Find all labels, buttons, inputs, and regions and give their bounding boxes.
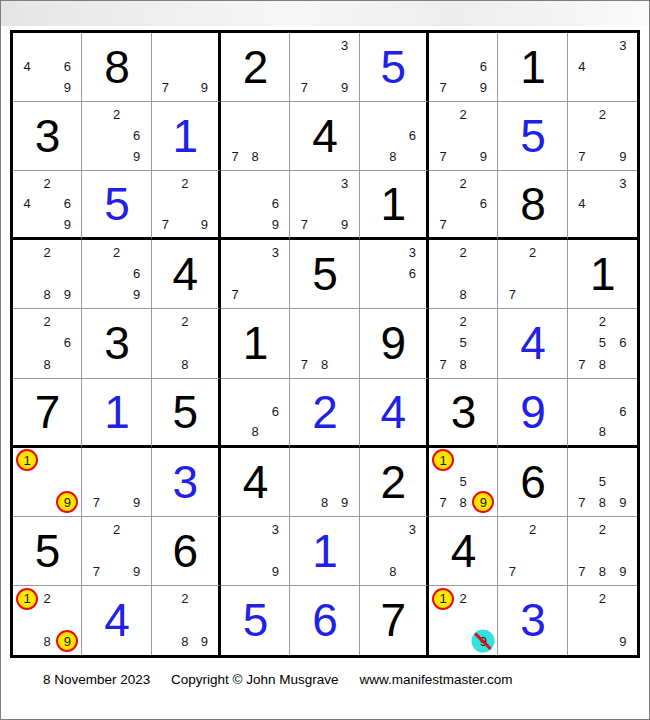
candidate-8[interactable]: 8 (37, 354, 57, 375)
candidates: 19 (13, 448, 81, 516)
candidate-2[interactable]: 2 (453, 588, 473, 609)
empty-slot (86, 242, 106, 263)
empty-slot (453, 194, 473, 214)
cell-r6c9[interactable]: 68 (568, 379, 637, 448)
candidate-1-highlighted-yellow[interactable]: 1 (17, 450, 37, 471)
empty-slot (543, 284, 563, 305)
cell-r2c3[interactable]: 1 (152, 102, 221, 171)
given-digit: 2 (243, 44, 268, 90)
empty-slot (433, 284, 453, 305)
candidate-5[interactable]: 5 (592, 471, 612, 492)
candidate-2[interactable]: 2 (175, 173, 194, 193)
candidate-7[interactable]: 7 (502, 561, 522, 582)
empty-slot (175, 214, 194, 234)
candidate-9-highlighted-yellow[interactable]: 9 (473, 492, 493, 513)
empty-slot (127, 242, 147, 263)
cell-r9c9[interactable]: 29 (568, 586, 637, 655)
candidates: 279 (82, 517, 150, 585)
cell-r8c9[interactable]: 2789 (568, 517, 637, 586)
empty-slot (17, 311, 37, 332)
cell-r7c7[interactable]: 15789 (429, 448, 498, 517)
cell-r9c4[interactable]: 5 (221, 586, 290, 655)
candidate-3[interactable]: 3 (403, 519, 422, 540)
candidate-1-highlighted-yellow[interactable]: 1 (17, 588, 37, 609)
candidate-2[interactable]: 2 (453, 173, 473, 193)
cell-r8c6[interactable]: 38 (360, 517, 429, 586)
cell-r6c7[interactable]: 3 (429, 379, 498, 448)
empty-slot (592, 540, 612, 561)
candidates: 379 (290, 33, 358, 101)
cell-r8c7[interactable]: 4 (429, 517, 498, 586)
cell-r1c6[interactable]: 5 (360, 33, 429, 102)
candidate-9-highlighted-yellow[interactable]: 9 (57, 492, 77, 513)
empty-slot (106, 561, 126, 582)
empty-slot (613, 125, 633, 146)
candidate-4[interactable]: 4 (17, 56, 37, 77)
empty-slot (592, 631, 612, 652)
candidate-6[interactable]: 6 (57, 194, 77, 214)
cell-r3c4[interactable]: 69 (221, 171, 290, 240)
empty-slot (127, 519, 147, 540)
cell-r5c5[interactable]: 78 (290, 309, 359, 378)
candidate-6[interactable]: 6 (57, 56, 77, 77)
empty-slot (294, 35, 314, 56)
candidate-9[interactable]: 9 (613, 561, 633, 582)
cell-r6c4[interactable]: 68 (221, 379, 290, 448)
candidate-9[interactable]: 9 (57, 214, 77, 234)
candidate-8[interactable]: 8 (592, 421, 612, 441)
cell-r6c3[interactable]: 5 (152, 379, 221, 448)
empty-slot (314, 471, 334, 492)
cell-r7c9[interactable]: 5789 (568, 448, 637, 517)
given-digit: 5 (35, 528, 60, 574)
empty-slot (86, 146, 106, 167)
candidate-8[interactable]: 8 (245, 421, 265, 441)
candidate-8[interactable]: 8 (314, 492, 334, 513)
candidate-2[interactable]: 2 (106, 104, 126, 125)
empty-slot (473, 35, 493, 56)
solved-digit: 5 (520, 113, 545, 159)
cell-r5c8[interactable]: 4 (498, 309, 567, 378)
candidate-9[interactable]: 9 (195, 631, 214, 652)
empty-slot (245, 561, 265, 582)
empty-slot (127, 540, 147, 561)
cell-r8c8[interactable]: 27 (498, 517, 567, 586)
candidate-9[interactable]: 9 (265, 561, 285, 582)
cell-r6c2[interactable]: 1 (82, 379, 151, 448)
candidate-7[interactable]: 7 (572, 561, 592, 582)
candidate-7[interactable]: 7 (86, 492, 106, 513)
candidate-8[interactable]: 8 (453, 284, 473, 305)
empty-slot (175, 332, 194, 353)
candidates: 89 (290, 448, 358, 516)
candidates: 34 (568, 171, 637, 237)
cell-r2c8[interactable]: 5 (498, 102, 567, 171)
candidate-9[interactable]: 9 (335, 492, 355, 513)
candidate-9[interactable]: 9 (613, 146, 633, 167)
candidate-7[interactable]: 7 (86, 561, 106, 582)
candidates: 69 (221, 171, 289, 237)
candidate-8[interactable]: 8 (175, 354, 194, 375)
empty-slot (156, 631, 175, 652)
cell-r3c6[interactable]: 1 (360, 171, 429, 240)
cell-r4c5[interactable]: 5 (290, 240, 359, 309)
cell-r1c4[interactable]: 2 (221, 33, 290, 102)
empty-slot (37, 332, 57, 353)
candidate-7[interactable]: 7 (433, 146, 453, 167)
cell-r9c1[interactable]: 1289 (13, 586, 82, 655)
empty-slot (364, 104, 383, 125)
candidate-7[interactable]: 7 (433, 492, 453, 513)
candidate-7[interactable]: 7 (225, 146, 245, 167)
given-digit: 7 (381, 597, 406, 643)
candidate-6[interactable]: 6 (403, 263, 422, 284)
cell-r4c4[interactable]: 37 (221, 240, 290, 309)
cell-r2c5[interactable]: 4 (290, 102, 359, 171)
candidate-2[interactable]: 2 (592, 588, 612, 609)
candidate-8[interactable]: 8 (592, 561, 612, 582)
candidates: 129 (429, 586, 497, 655)
solved-digit: 3 (173, 459, 198, 505)
candidate-2[interactable]: 2 (453, 104, 473, 125)
cell-r9c6[interactable]: 7 (360, 586, 429, 655)
empty-slot (592, 125, 612, 146)
candidate-7[interactable]: 7 (294, 77, 314, 98)
cell-r2c2[interactable]: 269 (82, 102, 151, 171)
empty-slot (175, 35, 194, 56)
candidate-7[interactable]: 7 (156, 214, 175, 234)
solved-digit: 3 (520, 597, 545, 643)
candidate-9[interactable]: 9 (613, 492, 633, 513)
empty-slot (314, 194, 334, 214)
cell-r2c6[interactable]: 68 (360, 102, 429, 171)
candidate-6[interactable]: 6 (57, 332, 77, 353)
candidates: 289 (13, 240, 81, 308)
candidate-1-highlighted-yellow[interactable]: 1 (433, 450, 453, 471)
candidate-7[interactable]: 7 (572, 492, 592, 513)
empty-slot (473, 609, 493, 630)
cell-r2c9[interactable]: 279 (568, 102, 637, 171)
candidate-2[interactable]: 2 (522, 519, 542, 540)
cell-r3c1[interactable]: 2469 (13, 171, 82, 240)
empty-slot (106, 284, 126, 305)
cell-r3c5[interactable]: 379 (290, 171, 359, 240)
candidate-3[interactable]: 3 (613, 173, 633, 193)
cell-r8c5[interactable]: 1 (290, 517, 359, 586)
cell-r3c3[interactable]: 279 (152, 171, 221, 240)
given-digit: 6 (173, 528, 198, 574)
empty-slot (543, 519, 563, 540)
candidate-2[interactable]: 2 (522, 242, 542, 263)
cell-r5c7[interactable]: 2578 (429, 309, 498, 378)
candidate-3[interactable]: 3 (265, 519, 285, 540)
empty-slot (225, 194, 245, 214)
cell-r8c2[interactable]: 279 (82, 517, 151, 586)
given-digit: 3 (451, 389, 476, 435)
candidate-8[interactable]: 8 (383, 561, 402, 582)
cell-r4c6[interactable]: 36 (360, 240, 429, 309)
candidate-7[interactable]: 7 (572, 354, 592, 375)
candidate-8[interactable]: 8 (453, 492, 473, 513)
cell-r1c5[interactable]: 379 (290, 33, 359, 102)
empty-slot (225, 125, 245, 146)
cell-r2c1[interactable]: 3 (13, 102, 82, 171)
empty-slot (403, 540, 422, 561)
candidate-7[interactable]: 7 (156, 77, 175, 98)
candidate-5[interactable]: 5 (592, 332, 612, 353)
empty-slot (106, 146, 126, 167)
candidate-8[interactable]: 8 (592, 492, 612, 513)
candidate-9-highlighted-cyan[interactable]: 9 (473, 631, 493, 652)
candidate-9[interactable]: 9 (335, 77, 355, 98)
cell-r3c8[interactable]: 8 (498, 171, 567, 240)
empty-slot (383, 263, 402, 284)
candidate-9[interactable]: 9 (57, 284, 77, 305)
empty-slot (245, 540, 265, 561)
candidate-9[interactable]: 9 (127, 146, 147, 167)
empty-slot (17, 242, 37, 263)
cell-r2c4[interactable]: 78 (221, 102, 290, 171)
cell-r4c1[interactable]: 289 (13, 240, 82, 309)
candidates: 1289 (13, 586, 81, 655)
candidate-9[interactable]: 9 (127, 284, 147, 305)
candidate-6[interactable]: 6 (403, 125, 422, 146)
empty-slot (225, 381, 245, 401)
empty-slot (106, 540, 126, 561)
cell-r1c2[interactable]: 8 (82, 33, 151, 102)
empty-slot (473, 125, 493, 146)
empty-slot (473, 588, 493, 609)
candidate-1-highlighted-yellow[interactable]: 1 (433, 588, 453, 609)
candidate-7[interactable]: 7 (433, 214, 453, 234)
candidate-9[interactable]: 9 (195, 214, 214, 234)
candidate-2[interactable]: 2 (175, 588, 194, 609)
cell-r8c3[interactable]: 6 (152, 517, 221, 586)
empty-slot (543, 263, 563, 284)
candidate-2[interactable]: 2 (106, 519, 126, 540)
candidate-3[interactable]: 3 (335, 173, 355, 193)
candidate-2[interactable]: 2 (106, 242, 126, 263)
candidate-8[interactable]: 8 (453, 354, 473, 375)
candidates: 2469 (13, 171, 81, 237)
empty-slot (453, 631, 473, 652)
empty-slot (453, 35, 473, 56)
empty-slot (17, 173, 37, 193)
cell-r4c7[interactable]: 28 (429, 240, 498, 309)
cell-r8c1[interactable]: 5 (13, 517, 82, 586)
empty-slot (37, 263, 57, 284)
empty-slot (364, 146, 383, 167)
empty-slot (294, 471, 314, 492)
cell-r5c6[interactable]: 9 (360, 309, 429, 378)
cell-r4c8[interactable]: 27 (498, 240, 567, 309)
candidate-9[interactable]: 9 (473, 77, 493, 98)
empty-slot (225, 173, 245, 193)
cell-r4c2[interactable]: 269 (82, 240, 151, 309)
candidate-7[interactable]: 7 (294, 354, 314, 375)
empty-slot (245, 104, 265, 125)
candidate-3[interactable]: 3 (613, 35, 633, 56)
candidates: 379 (290, 171, 358, 237)
candidate-4[interactable]: 4 (17, 194, 37, 214)
cell-r7c6[interactable]: 2 (360, 448, 429, 517)
cell-r5c3[interactable]: 28 (152, 309, 221, 378)
empty-slot (473, 214, 493, 234)
cell-r6c6[interactable]: 4 (360, 379, 429, 448)
candidate-2[interactable]: 2 (592, 519, 612, 540)
empty-slot (195, 194, 214, 214)
empty-slot (294, 194, 314, 214)
cell-r7c5[interactable]: 89 (290, 448, 359, 517)
cell-r5c9[interactable]: 25678 (568, 309, 637, 378)
candidate-7[interactable]: 7 (225, 284, 245, 305)
cell-r1c8[interactable]: 1 (498, 33, 567, 102)
candidate-9[interactable]: 9 (613, 631, 633, 652)
candidate-6[interactable]: 6 (127, 125, 147, 146)
empty-slot (294, 450, 314, 471)
candidate-3[interactable]: 3 (335, 35, 355, 56)
cell-r5c4[interactable]: 1 (221, 309, 290, 378)
candidate-2[interactable]: 2 (592, 311, 612, 332)
cell-r9c2[interactable]: 4 (82, 586, 151, 655)
candidate-9-highlighted-yellow[interactable]: 9 (57, 631, 77, 652)
empty-slot (17, 609, 37, 630)
candidate-2[interactable]: 2 (37, 242, 57, 263)
candidate-5[interactable]: 5 (453, 471, 473, 492)
candidate-6[interactable]: 6 (613, 401, 633, 421)
candidate-9[interactable]: 9 (265, 214, 285, 234)
empty-slot (294, 332, 314, 353)
empty-slot (245, 519, 265, 540)
candidate-2[interactable]: 2 (37, 588, 57, 609)
empty-slot (17, 284, 37, 305)
empty-slot (383, 125, 402, 146)
empty-slot (473, 104, 493, 125)
empty-slot (572, 104, 592, 125)
candidate-6[interactable]: 6 (473, 194, 493, 214)
candidate-8[interactable]: 8 (245, 146, 265, 167)
empty-slot (613, 421, 633, 441)
candidate-2[interactable]: 2 (37, 173, 57, 193)
cell-r5c2[interactable]: 3 (82, 309, 151, 378)
candidate-8[interactable]: 8 (592, 354, 612, 375)
cell-r5c1[interactable]: 268 (13, 309, 82, 378)
empty-slot (335, 450, 355, 471)
cell-r7c4[interactable]: 4 (221, 448, 290, 517)
empty-slot (613, 381, 633, 401)
empty-slot (383, 540, 402, 561)
candidate-2[interactable]: 2 (453, 242, 473, 263)
cell-r6c5[interactable]: 2 (290, 379, 359, 448)
candidate-4[interactable]: 4 (572, 56, 592, 77)
cell-r3c2[interactable]: 5 (82, 171, 151, 240)
candidate-7[interactable]: 7 (502, 284, 522, 305)
candidate-7[interactable]: 7 (572, 146, 592, 167)
candidate-9[interactable]: 9 (57, 77, 77, 98)
candidate-3[interactable]: 3 (265, 242, 285, 263)
empty-slot (17, 35, 37, 56)
candidate-8[interactable]: 8 (37, 284, 57, 305)
candidate-6[interactable]: 6 (613, 332, 633, 353)
candidate-6[interactable]: 6 (265, 194, 285, 214)
empty-slot (572, 519, 592, 540)
candidate-7[interactable]: 7 (294, 214, 314, 234)
empty-slot (335, 471, 355, 492)
cell-r3c7[interactable]: 267 (429, 171, 498, 240)
candidate-9[interactable]: 9 (335, 214, 355, 234)
cell-r1c9[interactable]: 34 (568, 33, 637, 102)
cell-r1c1[interactable]: 469 (13, 33, 82, 102)
cell-r7c8[interactable]: 6 (498, 448, 567, 517)
cell-r9c3[interactable]: 289 (152, 586, 221, 655)
cell-r1c7[interactable]: 679 (429, 33, 498, 102)
cell-r7c3[interactable]: 3 (152, 448, 221, 517)
cell-r3c9[interactable]: 34 (568, 171, 637, 240)
cell-r1c3[interactable]: 79 (152, 33, 221, 102)
candidate-2[interactable]: 2 (37, 311, 57, 332)
candidate-8[interactable]: 8 (314, 354, 334, 375)
empty-slot (314, 35, 334, 56)
cell-r6c8[interactable]: 9 (498, 379, 567, 448)
candidate-9[interactable]: 9 (127, 492, 147, 513)
cell-r9c7[interactable]: 129 (429, 586, 498, 655)
cell-r6c1[interactable]: 7 (13, 379, 82, 448)
empty-slot (156, 588, 175, 609)
cell-r7c2[interactable]: 79 (82, 448, 151, 517)
cell-r7c1[interactable]: 19 (13, 448, 82, 517)
candidate-2[interactable]: 2 (453, 311, 473, 332)
candidate-2[interactable]: 2 (175, 311, 194, 332)
empty-slot (156, 332, 175, 353)
candidate-7[interactable]: 7 (433, 354, 453, 375)
candidate-6[interactable]: 6 (473, 56, 493, 77)
given-digit: 5 (173, 389, 198, 435)
empty-slot (17, 263, 37, 284)
empty-slot (195, 609, 214, 630)
cell-r4c3[interactable]: 4 (152, 240, 221, 309)
candidate-2[interactable]: 2 (592, 104, 612, 125)
candidate-3[interactable]: 3 (403, 242, 422, 263)
candidate-6[interactable]: 6 (127, 263, 147, 284)
cell-r9c8[interactable]: 3 (498, 586, 567, 655)
candidate-9[interactable]: 9 (195, 77, 214, 98)
solved-digit: 4 (381, 389, 406, 435)
empty-slot (225, 263, 245, 284)
empty-slot (127, 104, 147, 125)
empty-slot (57, 609, 77, 630)
empty-slot (175, 194, 194, 214)
candidate-9[interactable]: 9 (473, 146, 493, 167)
cell-r2c7[interactable]: 279 (429, 102, 498, 171)
empty-slot (17, 332, 37, 353)
candidate-8[interactable]: 8 (175, 631, 194, 652)
candidate-9[interactable]: 9 (127, 561, 147, 582)
empty-slot (17, 631, 37, 652)
candidate-8[interactable]: 8 (383, 146, 402, 167)
empty-slot (86, 450, 106, 471)
candidate-5[interactable]: 5 (453, 332, 473, 353)
candidate-8[interactable]: 8 (37, 631, 57, 652)
empty-slot (433, 609, 453, 630)
candidates: 279 (429, 102, 497, 170)
candidate-7[interactable]: 7 (433, 77, 453, 98)
candidate-6[interactable]: 6 (265, 401, 285, 421)
cell-r4c9[interactable]: 1 (568, 240, 637, 309)
candidate-4[interactable]: 4 (572, 194, 592, 214)
cell-r9c5[interactable]: 6 (290, 586, 359, 655)
cell-r8c4[interactable]: 39 (221, 517, 290, 586)
solved-digit: 5 (104, 181, 129, 227)
